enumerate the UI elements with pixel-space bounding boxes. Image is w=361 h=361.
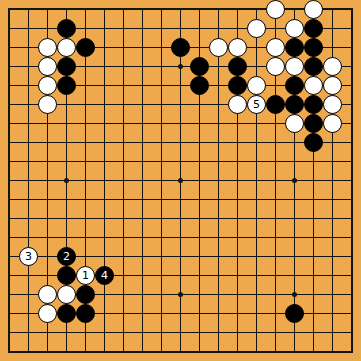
move-number-label: 2 [63,251,70,262]
stone-white[interactable] [285,57,304,76]
stone-white[interactable] [38,95,57,114]
stone-white[interactable] [266,0,285,19]
stone-white[interactable] [247,19,266,38]
stone-black[interactable] [190,76,209,95]
stone-white[interactable] [38,304,57,323]
stone-white[interactable] [57,38,76,57]
stone-white[interactable] [247,76,266,95]
stone-white[interactable] [323,57,342,76]
stone-black[interactable] [304,114,323,133]
stone-white[interactable]: 5 [247,95,266,114]
stone-black[interactable] [266,95,285,114]
stone-white[interactable] [38,285,57,304]
stone-black[interactable] [76,38,95,57]
stone-white[interactable] [323,95,342,114]
stone-black[interactable] [228,57,247,76]
move-number-label: 3 [25,251,32,262]
stone-black[interactable]: 2 [57,247,76,266]
stone-black[interactable] [76,304,95,323]
stone-black[interactable] [190,57,209,76]
stone-black[interactable] [285,76,304,95]
stone-white[interactable] [57,285,76,304]
stone-black[interactable] [228,76,247,95]
stone-white[interactable] [228,38,247,57]
stone-white[interactable] [209,38,228,57]
stone-black[interactable] [304,57,323,76]
stone-white[interactable] [285,19,304,38]
stone-black[interactable]: 4 [95,266,114,285]
move-number-label: 5 [253,99,260,110]
stone-black[interactable] [57,266,76,285]
stone-white[interactable]: 1 [76,266,95,285]
go-board[interactable]: 53214 [0,0,361,361]
stone-black[interactable] [285,95,304,114]
stone-white[interactable] [266,57,285,76]
stone-black[interactable] [57,19,76,38]
move-number-label: 1 [82,270,89,281]
stone-white[interactable] [323,114,342,133]
stone-black[interactable] [285,304,304,323]
move-number-label: 4 [101,270,108,281]
stone-white[interactable]: 3 [19,247,38,266]
stone-black[interactable] [304,95,323,114]
stone-white[interactable] [304,76,323,95]
stone-black[interactable] [304,38,323,57]
stone-black[interactable] [304,19,323,38]
stone-white[interactable] [38,76,57,95]
stone-black[interactable] [304,133,323,152]
go-board-stones: 53214 [0,0,361,361]
stone-black[interactable] [171,38,190,57]
stone-white[interactable] [38,38,57,57]
stone-white[interactable] [304,0,323,19]
stone-white[interactable] [323,76,342,95]
stone-white[interactable] [285,114,304,133]
stone-black[interactable] [57,304,76,323]
stone-black[interactable] [57,57,76,76]
stone-black[interactable] [76,285,95,304]
stone-white[interactable] [38,57,57,76]
stone-black[interactable] [57,76,76,95]
stone-white[interactable] [228,95,247,114]
stone-white[interactable] [266,38,285,57]
stone-black[interactable] [285,38,304,57]
